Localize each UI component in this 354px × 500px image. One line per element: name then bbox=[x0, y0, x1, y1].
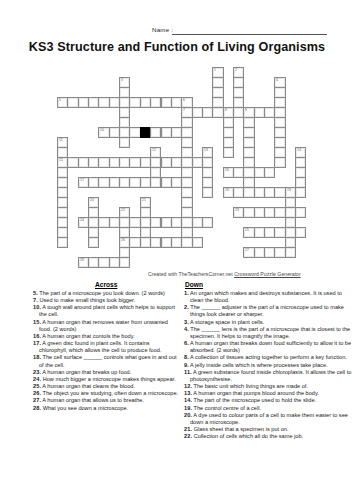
cell-number: 11 bbox=[59, 138, 63, 141]
down-clue: 22. Collection of cells which all do the… bbox=[184, 433, 352, 440]
clue-text: The basic unit which living things are m… bbox=[192, 383, 308, 389]
cell-number: 21 bbox=[142, 198, 146, 201]
clue-text: The control centre of a cell. bbox=[192, 405, 261, 411]
clue-number: 15. bbox=[33, 319, 41, 325]
grid-cell[interactable] bbox=[295, 187, 306, 198]
clue-number: 27. bbox=[33, 397, 41, 403]
clue-number: 12. bbox=[184, 383, 192, 389]
cell-number: 4 bbox=[276, 78, 278, 81]
cell-number: 23 bbox=[235, 208, 239, 211]
cell-number: 10 bbox=[100, 128, 104, 131]
grid-cell[interactable] bbox=[285, 247, 296, 258]
cell-number: 3 bbox=[121, 78, 123, 81]
clue-number: 17. bbox=[33, 340, 41, 346]
across-clue: 10. A tough wall around plant cells whic… bbox=[33, 304, 179, 318]
clue-text: The ______ adjuster is the part of a mic… bbox=[189, 304, 344, 317]
across-clue: 26. The object you are studying, often d… bbox=[33, 390, 179, 397]
grid-cell[interactable] bbox=[295, 227, 306, 238]
cell-number: 24 bbox=[80, 218, 84, 221]
grid-cell[interactable] bbox=[202, 187, 213, 198]
cell-number: 6 bbox=[183, 98, 185, 101]
cell-number: 5 bbox=[59, 98, 61, 101]
footer-credit: Created with TheTeachersCorner.net Cross… bbox=[148, 271, 301, 277]
down-clue: 1. An organ which makes and destroys sub… bbox=[184, 290, 352, 304]
cell-number: 17 bbox=[80, 178, 84, 181]
clue-number: 23. bbox=[33, 369, 41, 375]
clue-text: A tough wall around plant cells which he… bbox=[39, 304, 175, 317]
clue-number: 14. bbox=[184, 397, 192, 403]
down-clue: 21. Glass sheet that a specimen is put o… bbox=[184, 426, 352, 433]
clue-number: 25. bbox=[33, 383, 41, 389]
clue-text: The part of a microscope you look down. … bbox=[38, 290, 165, 296]
clue-text: A jelly inside cells which is where proc… bbox=[189, 362, 328, 368]
clue-number: 28. bbox=[33, 405, 41, 411]
clue-text: A human organ that breaks down food suff… bbox=[189, 340, 351, 353]
clue-text: The cell surface ______ controls what go… bbox=[39, 354, 177, 367]
grid-cell[interactable] bbox=[264, 167, 275, 178]
clue-number: 24. bbox=[33, 376, 41, 382]
name-input-line[interactable] bbox=[172, 33, 327, 35]
across-clue: 24. How much bigger a microscope makes t… bbox=[33, 376, 179, 383]
down-header: Down bbox=[185, 281, 203, 288]
clue-text: A storage space in plant cells. bbox=[189, 319, 264, 325]
clue-text: The ______ lens is the part of a microsc… bbox=[189, 326, 350, 339]
clue-text: Used to make small things look bigger. bbox=[38, 297, 135, 303]
across-clue: 5. The part of a microscope you look dow… bbox=[33, 290, 179, 297]
across-clue: 18. The cell surface ______ controls wha… bbox=[33, 354, 179, 368]
grid-cell[interactable] bbox=[295, 207, 306, 218]
clue-number: 26. bbox=[33, 390, 41, 396]
clue-number: 20. bbox=[184, 412, 192, 418]
clue-text: A collection of tissues acting together … bbox=[189, 354, 347, 360]
across-clue: 16. A human organ that contols the body. bbox=[33, 333, 179, 340]
footer-credit-text: Created with TheTeachersCorner.net bbox=[148, 271, 234, 277]
cell-number: 8 bbox=[225, 108, 227, 111]
clue-text: A human organ that breaks up food. bbox=[41, 369, 131, 375]
clue-text: A human organ that pumps blood around th… bbox=[192, 390, 319, 396]
clue-number: 11. bbox=[184, 369, 192, 375]
clue-number: 21. bbox=[184, 426, 192, 432]
across-header: Across bbox=[95, 281, 117, 288]
clue-text: The part of the microscope used to hold … bbox=[192, 397, 316, 403]
cell-number: 15 bbox=[59, 158, 63, 161]
clue-number: 19. bbox=[184, 405, 192, 411]
cell-number: 25 bbox=[245, 228, 249, 231]
clue-text: The object you are studying, often down … bbox=[41, 390, 178, 396]
clue-number: 16. bbox=[33, 333, 41, 339]
across-clue: 7. Used to make small things look bigger… bbox=[33, 297, 179, 304]
cell-number: 7 bbox=[183, 108, 185, 111]
clue-text: Collection of cells which all do the sam… bbox=[192, 433, 303, 439]
cell-number: 19 bbox=[287, 188, 291, 191]
grid-cell[interactable] bbox=[88, 237, 99, 248]
clue-text: How much bigger a microscope makes thing… bbox=[41, 376, 176, 382]
down-clue: 11. A green substance found inside chlor… bbox=[184, 369, 352, 383]
clue-text: A human organ that contols the body. bbox=[41, 333, 135, 339]
down-clue: 8. A collection of tissues acting togeth… bbox=[184, 354, 352, 361]
down-clue-list: 1. An organ which makes and destroys sub… bbox=[184, 290, 352, 440]
down-clue: 19. The control centre of a cell. bbox=[184, 405, 352, 412]
cell-number: 27 bbox=[245, 248, 249, 251]
clue-text: A human organ that removes water from un… bbox=[39, 319, 168, 332]
down-clue: 20. A dye used to colour parts of a cell… bbox=[184, 412, 352, 426]
clue-text: A human organ that allows us to breathe. bbox=[41, 397, 144, 403]
grid-cell[interactable] bbox=[119, 257, 130, 268]
cell-number: 20 bbox=[90, 198, 94, 201]
cell-number: 1 bbox=[214, 68, 216, 71]
grid-cell[interactable] bbox=[223, 147, 234, 158]
across-clue: 17. A green disc found in plant cells. I… bbox=[33, 340, 179, 354]
cell-number: 26 bbox=[121, 238, 125, 241]
cell-number: 16 bbox=[225, 168, 229, 171]
down-clue: 14. The part of the microscope used to h… bbox=[184, 397, 352, 404]
page-title: KS3 Structure and Function of Living Org… bbox=[0, 40, 354, 54]
down-clue: 9. A jelly inside cells which is where p… bbox=[184, 362, 352, 369]
cell-number: 14 bbox=[297, 148, 301, 151]
across-clue: 15. A human organ that removes water fro… bbox=[33, 319, 179, 333]
clue-text: Glass sheet that a specimen is put on. bbox=[192, 426, 288, 432]
down-clue: 13. A human organ that pumps blood aroun… bbox=[184, 390, 352, 397]
grid-cell[interactable] bbox=[202, 217, 213, 228]
clue-text: A green disc found in plant cells. It co… bbox=[39, 340, 162, 353]
down-clue: 2. The ______ adjuster is the part of a … bbox=[184, 304, 352, 318]
cell-number: 18 bbox=[225, 188, 229, 191]
grid-cell[interactable] bbox=[192, 237, 203, 248]
cell-number: 13 bbox=[204, 148, 208, 151]
grid-cell[interactable] bbox=[274, 157, 285, 168]
clue-text: An organ which makes and destroys substa… bbox=[189, 290, 342, 303]
clue-text: What you see down a microscope. bbox=[41, 405, 128, 411]
clue-text: A human organ that cleans the blood. bbox=[41, 383, 135, 389]
cell-number: 28 bbox=[80, 258, 84, 261]
cell-number: 22 bbox=[121, 208, 125, 211]
clue-number: 22. bbox=[184, 433, 192, 439]
clue-number: 10. bbox=[33, 304, 41, 310]
clue-number: 18. bbox=[33, 354, 41, 360]
clue-text: A dye used to colour parts of a cell to … bbox=[190, 412, 348, 425]
down-clue: 12. The basic unit which living things a… bbox=[184, 383, 352, 390]
down-clue: 6. A human organ that breaks down food s… bbox=[184, 340, 352, 354]
down-clue: 3. A storage space in plant cells. bbox=[184, 319, 352, 326]
across-clue-list: 5. The part of a microscope you look dow… bbox=[33, 290, 179, 412]
across-clue: 27. A human organ that allows us to brea… bbox=[33, 397, 179, 404]
grid-cell[interactable] bbox=[119, 137, 130, 148]
name-label: Name : bbox=[152, 26, 173, 33]
clue-number: 13. bbox=[184, 390, 192, 396]
cell-number: 12 bbox=[152, 148, 156, 151]
grid-cell[interactable] bbox=[57, 237, 68, 248]
clue-text: A green substance found inside chloropla… bbox=[190, 369, 351, 382]
cell-number: 9 bbox=[245, 108, 247, 111]
across-clue: 25. A human organ that cleans the blood. bbox=[33, 383, 179, 390]
name-row: Name : bbox=[0, 24, 354, 36]
generator-link[interactable]: Crossword Puzzle Generator bbox=[234, 271, 301, 277]
across-clue: 23. A human organ that breaks up food. bbox=[33, 369, 179, 376]
down-clue: 4. The ______ lens is the part of a micr… bbox=[184, 326, 352, 340]
across-clue: 28. What you see down a microscope. bbox=[33, 405, 179, 412]
cell-number: 2 bbox=[235, 68, 237, 71]
